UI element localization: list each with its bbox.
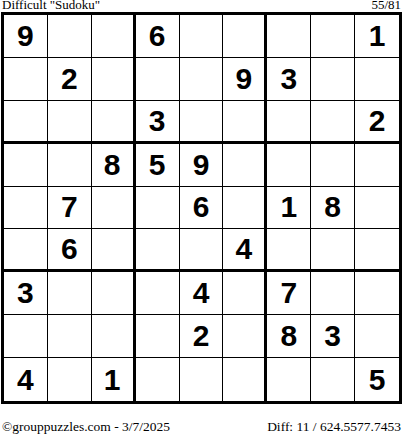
- cell-r6c3-empty: [92, 229, 136, 272]
- cell-r6c9-empty: [355, 229, 399, 272]
- cell-r3c8-empty: [311, 101, 355, 144]
- sudoku-grid: 96129332859761864347283415: [1, 12, 402, 404]
- puzzle-title: Difficult "Sudoku": [2, 0, 100, 12]
- cell-r3c9-given-2: 2: [355, 101, 399, 144]
- header: Difficult "Sudoku" 55/81: [2, 0, 401, 12]
- cell-r7c8-empty: [311, 272, 355, 315]
- cell-r3c3-empty: [92, 101, 136, 144]
- cell-r9c2-empty: [48, 358, 92, 401]
- cell-r4c7-empty: [267, 144, 311, 187]
- cell-r2c3-empty: [92, 58, 136, 101]
- cell-r6c4-empty: [136, 229, 180, 272]
- cell-r3c7-empty: [267, 101, 311, 144]
- cell-r1c1-given-9: 9: [4, 15, 48, 58]
- cell-r6c6-given-4: 4: [223, 229, 267, 272]
- cell-r8c6-empty: [223, 315, 267, 358]
- cell-r5c6-empty: [223, 187, 267, 230]
- cell-r7c2-empty: [48, 272, 92, 315]
- cell-r9c9-given-5: 5: [355, 358, 399, 401]
- cell-r7c5-given-4: 4: [180, 272, 224, 315]
- cell-r4c6-empty: [223, 144, 267, 187]
- cell-r1c5-empty: [180, 15, 224, 58]
- cell-r5c4-empty: [136, 187, 180, 230]
- cell-r9c7-empty: [267, 358, 311, 401]
- cell-r1c9-given-1: 1: [355, 15, 399, 58]
- cell-r8c1-empty: [4, 315, 48, 358]
- cell-r9c3-given-1: 1: [92, 358, 136, 401]
- cell-r8c2-empty: [48, 315, 92, 358]
- cell-r3c5-empty: [180, 101, 224, 144]
- sudoku-page: Difficult "Sudoku" 55/81 961293328597618…: [0, 0, 402, 437]
- cell-r9c8-empty: [311, 358, 355, 401]
- cell-r3c4-given-3: 3: [136, 101, 180, 144]
- cell-r6c7-empty: [267, 229, 311, 272]
- empty-count-label: 55/81: [371, 0, 401, 12]
- cell-r7c9-empty: [355, 272, 399, 315]
- difficulty-text: Diff: 11 / 624.5577.7453: [267, 419, 401, 434]
- cell-r2c7-given-3: 3: [267, 58, 311, 101]
- cell-r1c3-empty: [92, 15, 136, 58]
- copyright-text: ©grouppuzzles.com - 3/7/2025: [2, 419, 170, 434]
- cell-r8c4-empty: [136, 315, 180, 358]
- cell-r7c4-empty: [136, 272, 180, 315]
- cell-r4c3-given-8: 8: [92, 144, 136, 187]
- cell-r2c8-empty: [311, 58, 355, 101]
- cell-r6c5-empty: [180, 229, 224, 272]
- cell-r3c1-empty: [4, 101, 48, 144]
- cell-r4c1-empty: [4, 144, 48, 187]
- cell-r4c2-empty: [48, 144, 92, 187]
- cell-r2c9-empty: [355, 58, 399, 101]
- cell-r4c9-empty: [355, 144, 399, 187]
- cell-r9c5-empty: [180, 358, 224, 401]
- cell-r1c8-empty: [311, 15, 355, 58]
- cell-r4c8-empty: [311, 144, 355, 187]
- cell-r5c3-empty: [92, 187, 136, 230]
- cell-r5c8-given-8: 8: [311, 187, 355, 230]
- cell-r5c7-given-1: 1: [267, 187, 311, 230]
- cell-r7c6-empty: [223, 272, 267, 315]
- cell-r8c3-empty: [92, 315, 136, 358]
- cell-r5c2-given-7: 7: [48, 187, 92, 230]
- cell-r1c4-given-6: 6: [136, 15, 180, 58]
- cell-r8c7-given-8: 8: [267, 315, 311, 358]
- cell-r2c6-given-9: 9: [223, 58, 267, 101]
- cell-r4c4-given-5: 5: [136, 144, 180, 187]
- cell-r6c2-given-6: 6: [48, 229, 92, 272]
- cell-r1c2-empty: [48, 15, 92, 58]
- cell-r9c1-given-4: 4: [4, 358, 48, 401]
- cell-r8c8-given-3: 3: [311, 315, 355, 358]
- footer: ©grouppuzzles.com - 3/7/2025 Diff: 11 / …: [2, 419, 401, 434]
- cell-r9c4-empty: [136, 358, 180, 401]
- cell-r6c8-empty: [311, 229, 355, 272]
- cell-r8c5-given-2: 2: [180, 315, 224, 358]
- cell-r1c7-empty: [267, 15, 311, 58]
- cell-r5c5-given-6: 6: [180, 187, 224, 230]
- cell-r7c7-given-7: 7: [267, 272, 311, 315]
- cell-r7c3-empty: [92, 272, 136, 315]
- cell-r8c9-empty: [355, 315, 399, 358]
- cell-r5c1-empty: [4, 187, 48, 230]
- cell-r3c2-empty: [48, 101, 92, 144]
- cell-r2c5-empty: [180, 58, 224, 101]
- cell-r2c2-given-2: 2: [48, 58, 92, 101]
- cell-r3c6-empty: [223, 101, 267, 144]
- cell-r4c5-given-9: 9: [180, 144, 224, 187]
- cell-r1c6-empty: [223, 15, 267, 58]
- cell-r2c1-empty: [4, 58, 48, 101]
- cell-r9c6-empty: [223, 358, 267, 401]
- cell-r6c1-empty: [4, 229, 48, 272]
- cell-r7c1-given-3: 3: [4, 272, 48, 315]
- cell-r5c9-empty: [355, 187, 399, 230]
- cell-r2c4-empty: [136, 58, 180, 101]
